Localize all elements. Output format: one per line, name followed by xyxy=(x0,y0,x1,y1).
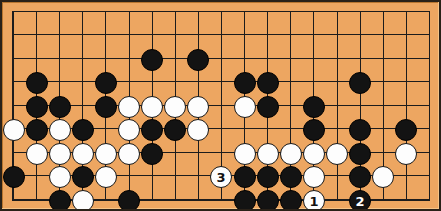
black-stone xyxy=(280,190,302,211)
white-stone xyxy=(303,143,325,165)
white-stone xyxy=(118,143,140,165)
move-1-stone: 1 xyxy=(303,190,325,211)
move-3-stone: 3 xyxy=(210,166,232,188)
white-stone xyxy=(72,143,94,165)
black-stone xyxy=(26,119,48,141)
white-stone xyxy=(164,96,186,118)
black-stone xyxy=(280,166,302,188)
black-stone xyxy=(349,166,371,188)
black-stone xyxy=(257,190,279,211)
white-stone xyxy=(49,166,71,188)
white-stone xyxy=(303,166,325,188)
black-stone xyxy=(303,96,325,118)
black-stone xyxy=(257,96,279,118)
black-stone xyxy=(257,166,279,188)
black-stone xyxy=(141,119,163,141)
black-stone xyxy=(349,143,371,165)
white-stone xyxy=(395,143,417,165)
white-stone xyxy=(95,166,117,188)
white-stone xyxy=(372,166,394,188)
white-stone xyxy=(187,119,209,141)
white-stone xyxy=(326,143,348,165)
black-stone xyxy=(141,143,163,165)
black-stone xyxy=(234,72,256,94)
black-stone xyxy=(26,72,48,94)
black-stone xyxy=(72,119,94,141)
white-stone xyxy=(257,143,279,165)
white-stone xyxy=(141,96,163,118)
black-stone xyxy=(257,72,279,94)
white-stone xyxy=(3,119,25,141)
black-stone xyxy=(95,96,117,118)
white-stone xyxy=(187,96,209,118)
white-stone xyxy=(118,119,140,141)
white-stone xyxy=(280,143,302,165)
black-stone xyxy=(164,119,186,141)
white-stone xyxy=(118,96,140,118)
black-stone xyxy=(303,119,325,141)
white-stone xyxy=(26,143,48,165)
white-stone xyxy=(72,190,94,211)
black-stone xyxy=(26,96,48,118)
black-stone xyxy=(95,72,117,94)
black-stone xyxy=(49,96,71,118)
black-stone xyxy=(349,119,371,141)
white-stone xyxy=(234,143,256,165)
white-stone xyxy=(49,119,71,141)
black-stone xyxy=(349,72,371,94)
black-stone xyxy=(395,119,417,141)
black-stone xyxy=(72,166,94,188)
black-stone xyxy=(141,49,163,71)
go-board-grid: 312 xyxy=(12,11,430,201)
white-stone xyxy=(49,143,71,165)
black-stone xyxy=(118,190,140,211)
black-stone xyxy=(49,190,71,211)
go-diagram: 312 xyxy=(0,0,441,211)
black-stone xyxy=(187,49,209,71)
black-stone xyxy=(3,166,25,188)
black-stone xyxy=(234,166,256,188)
move-2-stone: 2 xyxy=(349,190,371,211)
white-stone xyxy=(95,143,117,165)
black-stone xyxy=(234,190,256,211)
white-stone xyxy=(234,96,256,118)
